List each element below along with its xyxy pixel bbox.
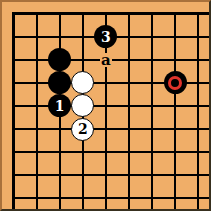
board-point-c4-r4[interactable] [94, 94, 117, 117]
board-point-c1-r8[interactable] [25, 187, 48, 210]
white-stone-2: 2 [71, 118, 94, 141]
board-point-c8-r1[interactable] [187, 25, 210, 48]
board-point-c4-r5[interactable] [94, 117, 117, 140]
board-point-c8-r8[interactable] [187, 187, 210, 210]
board-point-c1-r7[interactable] [25, 164, 48, 187]
board-point-c2-r4[interactable]: 1 [48, 94, 71, 117]
board-point-c3-r4[interactable] [71, 94, 94, 117]
board-point-c7-r1[interactable] [164, 25, 187, 48]
board-point-c7-r6[interactable] [164, 141, 187, 164]
board-point-c5-r8[interactable] [117, 187, 140, 210]
black-stone-1: 1 [48, 94, 71, 117]
board-point-c4-r8[interactable] [94, 187, 117, 210]
board-point-c6-r0[interactable] [141, 2, 164, 25]
board-point-c3-r5[interactable]: 2 [71, 117, 94, 140]
board-point-c0-r3[interactable] [2, 71, 25, 94]
board-grid: 3a12 [2, 2, 209, 209]
board-point-c2-r8[interactable] [48, 187, 71, 210]
board-point-c5-r2[interactable] [117, 48, 140, 71]
marked-black-stone [164, 71, 187, 94]
board-point-c1-r3[interactable] [25, 71, 48, 94]
board-point-c8-r7[interactable] [187, 164, 210, 187]
board-point-c0-r5[interactable] [2, 117, 25, 140]
board-point-c8-r6[interactable] [187, 141, 210, 164]
board-point-c8-r0[interactable] [187, 2, 210, 25]
board-point-c2-r0[interactable] [48, 2, 71, 25]
board-point-c7-r3[interactable] [164, 71, 187, 94]
board-point-c2-r7[interactable] [48, 164, 71, 187]
board-point-c2-r5[interactable] [48, 117, 71, 140]
point-label-a: a [100, 53, 113, 67]
board-point-c4-r0[interactable] [94, 2, 117, 25]
board-point-c4-r1[interactable]: 3 [94, 25, 117, 48]
board-point-c2-r2[interactable] [48, 48, 71, 71]
board-point-c0-r1[interactable] [2, 25, 25, 48]
board-point-c5-r0[interactable] [117, 2, 140, 25]
white-stone [71, 71, 94, 94]
board-point-c6-r7[interactable] [141, 164, 164, 187]
board-point-c8-r4[interactable] [187, 94, 210, 117]
board-point-c2-r1[interactable] [48, 25, 71, 48]
board-point-c6-r2[interactable] [141, 48, 164, 71]
board-point-c7-r0[interactable] [164, 2, 187, 25]
board-point-c3-r3[interactable] [71, 71, 94, 94]
board-point-c7-r4[interactable] [164, 94, 187, 117]
board-point-c7-r5[interactable] [164, 117, 187, 140]
board-point-c7-r2[interactable] [164, 48, 187, 71]
board-point-c0-r6[interactable] [2, 141, 25, 164]
board-point-c6-r8[interactable] [141, 187, 164, 210]
board-point-c7-r7[interactable] [164, 164, 187, 187]
stone-move-number: 2 [78, 122, 88, 136]
board-point-c3-r2[interactable] [71, 48, 94, 71]
board-point-c6-r3[interactable] [141, 71, 164, 94]
board-point-c6-r1[interactable] [141, 25, 164, 48]
board-point-c3-r1[interactable] [71, 25, 94, 48]
stone-move-number: 1 [55, 98, 65, 112]
board-point-c5-r5[interactable] [117, 117, 140, 140]
black-stone [48, 48, 71, 71]
board-point-c5-r1[interactable] [117, 25, 140, 48]
board-point-c5-r6[interactable] [117, 141, 140, 164]
board-point-c0-r8[interactable] [2, 187, 25, 210]
stone-move-number: 3 [101, 29, 111, 43]
board-point-c1-r4[interactable] [25, 94, 48, 117]
white-stone [71, 94, 94, 117]
board-point-c4-r3[interactable] [94, 71, 117, 94]
board-point-c3-r0[interactable] [71, 2, 94, 25]
board-point-c4-r2[interactable]: a [94, 48, 117, 71]
board-point-c7-r8[interactable] [164, 187, 187, 210]
board-point-c1-r5[interactable] [25, 117, 48, 140]
red-circle-mark-icon [168, 76, 182, 90]
board-point-c0-r7[interactable] [2, 164, 25, 187]
board-point-c3-r6[interactable] [71, 141, 94, 164]
board-point-c0-r0[interactable] [2, 2, 25, 25]
board-point-c4-r6[interactable] [94, 141, 117, 164]
board-point-c8-r3[interactable] [187, 71, 210, 94]
board-point-c0-r2[interactable] [2, 48, 25, 71]
board-point-c8-r2[interactable] [187, 48, 210, 71]
board-point-c8-r5[interactable] [187, 117, 210, 140]
board-point-c6-r5[interactable] [141, 117, 164, 140]
board-point-c4-r7[interactable] [94, 164, 117, 187]
board-point-c1-r2[interactable] [25, 48, 48, 71]
board-point-c3-r8[interactable] [71, 187, 94, 210]
board-point-c2-r3[interactable] [48, 71, 71, 94]
board-point-c5-r3[interactable] [117, 71, 140, 94]
board-point-c6-r4[interactable] [141, 94, 164, 117]
board-point-c1-r1[interactable] [25, 25, 48, 48]
board-point-c0-r4[interactable] [2, 94, 25, 117]
black-stone [48, 71, 71, 94]
board-point-c1-r6[interactable] [25, 141, 48, 164]
board-point-c1-r0[interactable] [25, 2, 48, 25]
board-point-c5-r4[interactable] [117, 94, 140, 117]
board-point-c3-r7[interactable] [71, 164, 94, 187]
black-stone-3: 3 [94, 25, 117, 48]
board-point-c2-r6[interactable] [48, 141, 71, 164]
go-board-diagram: 3a12 [0, 0, 211, 211]
board-point-c6-r6[interactable] [141, 141, 164, 164]
board-point-c5-r7[interactable] [117, 164, 140, 187]
